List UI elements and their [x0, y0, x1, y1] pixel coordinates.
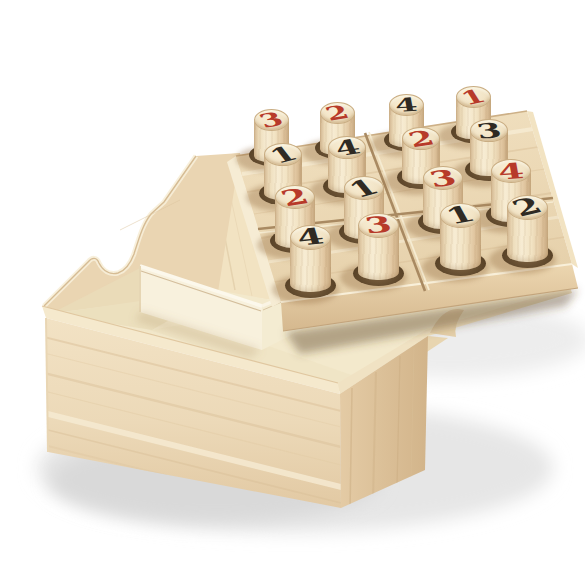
peg-cap: 3: [470, 119, 508, 142]
peg-cap: 2: [320, 102, 355, 124]
peg-number: 4: [331, 135, 363, 158]
peg-r3c0[interactable]: 4: [290, 225, 331, 311]
peg-cap: 2: [402, 127, 440, 150]
peg-cap: 4: [290, 225, 331, 250]
peg-cap: 4: [491, 159, 531, 183]
peg-number: 3: [474, 119, 503, 141]
board-grid: 3241142321344312: [0, 0, 585, 585]
peg-cap: 3: [423, 166, 463, 190]
peg-number: 2: [508, 194, 547, 220]
peg-number: 2: [278, 185, 313, 210]
peg-cap: 2: [507, 195, 548, 220]
peg-r3c1[interactable]: 3: [358, 213, 399, 299]
peg-number: 3: [255, 109, 286, 131]
peg-r3c3[interactable]: 2: [507, 195, 548, 281]
product-photo-wooden-sudoku: 3241142321344312: [0, 0, 585, 585]
peg-cap: 1: [344, 176, 384, 200]
peg-cap: 3: [358, 213, 399, 238]
peg-number: 2: [322, 102, 352, 123]
peg-cap: 1: [264, 143, 302, 166]
peg-number: 1: [457, 86, 489, 108]
peg-number: 4: [294, 225, 327, 249]
peg-number: 4: [393, 95, 418, 115]
peg-cap: 3: [254, 109, 289, 131]
peg-number: 3: [362, 213, 393, 237]
peg-number: 1: [442, 202, 479, 228]
peg-cap: 4: [328, 136, 366, 159]
peg-cap: 4: [389, 94, 424, 116]
peg-number: 1: [265, 142, 301, 166]
peg-cap: 1: [456, 86, 491, 108]
peg-cap: 2: [275, 185, 315, 209]
peg-number: 1: [344, 175, 383, 201]
peg-r3c2[interactable]: 1: [440, 203, 481, 289]
peg-number: 4: [496, 160, 525, 183]
peg-number: 2: [405, 126, 437, 149]
peg-cap: 1: [440, 203, 481, 228]
peg-number: 3: [427, 166, 460, 190]
